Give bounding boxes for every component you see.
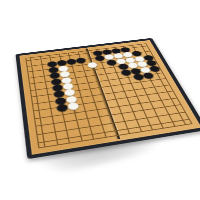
board-grid: ●●●●●●●●●●●●●●●●●●●●●●●●●●●●●●●●●●●●●●●●… <box>25 43 192 148</box>
product-photo-background: ●●●●●●●●●●●●●●●●●●●●●●●●●●●●●●●●●●●●●●●●… <box>0 0 200 200</box>
go-board: ●●●●●●●●●●●●●●●●●●●●●●●●●●●●●●●●●●●●●●●●… <box>15 38 200 159</box>
scene: ●●●●●●●●●●●●●●●●●●●●●●●●●●●●●●●●●●●●●●●●… <box>0 0 200 200</box>
